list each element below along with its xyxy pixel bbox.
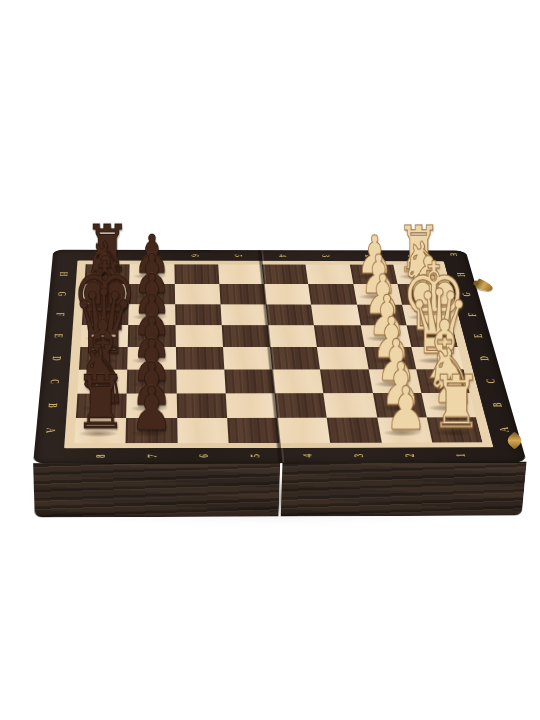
rank-label-near-8: 8 xyxy=(92,454,106,458)
board-apron-right xyxy=(281,462,527,517)
file-label-left-g: G xyxy=(56,292,69,296)
board-apron-left xyxy=(33,463,280,518)
pawn-glyph: ♟ xyxy=(130,379,172,440)
file-label-left-c: C xyxy=(48,379,62,384)
square-e6[interactable] xyxy=(175,325,223,347)
square-g5[interactable] xyxy=(219,284,266,304)
rank-label-near-3: 3 xyxy=(351,453,366,457)
file-label-left-f: F xyxy=(54,313,67,317)
pawn-glyph: ♟ xyxy=(385,379,427,439)
square-d4[interactable] xyxy=(270,347,320,370)
square-a4[interactable] xyxy=(277,417,330,443)
rank-label-near-7: 7 xyxy=(144,454,158,458)
rank-label-near-6: 6 xyxy=(196,454,210,458)
product-photo: ⊞ HGFEDCBAHGFEDCBA8765432187654321♜♞♝♛♚♝… xyxy=(0,0,540,720)
chessboard-scene: ⊞ HGFEDCBAHGFEDCBA8765432187654321♜♞♝♛♚♝… xyxy=(0,0,540,720)
square-g6[interactable] xyxy=(174,284,220,304)
square-a5[interactable] xyxy=(227,418,280,444)
file-label-left-h: H xyxy=(57,272,70,276)
square-f4[interactable] xyxy=(266,304,314,325)
file-label-right-a: A xyxy=(496,427,511,432)
rook-glyph: ♜ xyxy=(431,366,482,439)
rank-label-near-1: 1 xyxy=(453,453,468,457)
rank-label-near-5: 5 xyxy=(248,454,262,458)
square-g4[interactable] xyxy=(264,284,311,304)
square-f3[interactable] xyxy=(311,304,360,325)
square-f5[interactable] xyxy=(220,304,268,325)
square-c5[interactable] xyxy=(224,370,274,394)
chessboard: ⊞ HGFEDCBAHGFEDCBA8765432187654321♜♞♝♛♚♝… xyxy=(33,250,527,464)
rook-glyph: ♜ xyxy=(74,366,126,440)
square-h3[interactable] xyxy=(306,265,353,285)
file-label-left-d: D xyxy=(50,356,64,361)
square-a3[interactable] xyxy=(327,417,381,442)
rank-label-far-3: 3 xyxy=(320,254,332,257)
rank-label-far-4: 4 xyxy=(277,254,289,257)
rank-label-far-6: 6 xyxy=(190,254,202,257)
square-e3[interactable] xyxy=(314,325,364,347)
square-c3[interactable] xyxy=(320,370,372,393)
rank-label-near-2: 2 xyxy=(402,453,417,457)
square-h4[interactable] xyxy=(262,265,309,285)
square-a6[interactable] xyxy=(177,418,229,444)
file-label-right-c: C xyxy=(482,379,497,384)
square-f6[interactable] xyxy=(175,304,222,325)
square-c6[interactable] xyxy=(176,370,226,394)
square-b6[interactable] xyxy=(176,393,227,418)
rank-label-far-5: 5 xyxy=(233,254,245,257)
square-e4[interactable] xyxy=(268,325,317,347)
square-g3[interactable] xyxy=(308,284,356,304)
square-d3[interactable] xyxy=(317,347,368,370)
square-c4[interactable] xyxy=(272,370,323,394)
square-b3[interactable] xyxy=(324,393,377,417)
square-d5[interactable] xyxy=(223,347,272,370)
file-label-right-b: B xyxy=(489,403,504,407)
file-label-left-a: A xyxy=(44,428,58,433)
file-label-left-b: B xyxy=(46,403,60,408)
rank-label-near-4: 4 xyxy=(299,454,314,458)
square-b5[interactable] xyxy=(225,393,277,418)
square-h6[interactable] xyxy=(174,264,219,284)
square-e5[interactable] xyxy=(221,325,270,347)
square-b4[interactable] xyxy=(275,393,327,417)
square-d6[interactable] xyxy=(175,347,224,370)
file-label-left-e: E xyxy=(52,334,65,338)
